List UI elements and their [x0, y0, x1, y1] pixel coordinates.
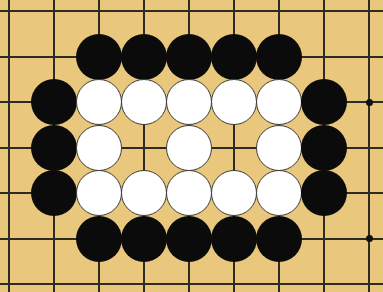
white-stone: [256, 79, 302, 125]
white-stone: [121, 170, 167, 216]
star-point: [366, 235, 373, 242]
white-stone: [211, 170, 257, 216]
black-stone: [256, 34, 302, 80]
star-point: [366, 99, 373, 106]
white-stone: [256, 170, 302, 216]
black-stone: [166, 34, 212, 80]
black-stone: [301, 170, 347, 216]
black-stone: [76, 34, 122, 80]
black-stone: [211, 34, 257, 80]
black-stone: [31, 170, 77, 216]
white-stone: [76, 125, 122, 171]
white-stone: [256, 125, 302, 171]
white-stone: [76, 79, 122, 125]
black-stone: [121, 216, 167, 262]
black-stone: [31, 79, 77, 125]
grid-line-horizontal: [0, 10, 383, 12]
go-board[interactable]: [0, 0, 383, 292]
black-stone: [211, 216, 257, 262]
white-stone: [166, 79, 212, 125]
white-stone: [166, 170, 212, 216]
black-stone: [121, 34, 167, 80]
black-stone: [166, 216, 212, 262]
white-stone: [166, 125, 212, 171]
black-stone: [301, 125, 347, 171]
white-stone: [121, 79, 167, 125]
grid-line-horizontal: [0, 283, 383, 285]
black-stone: [76, 216, 122, 262]
white-stone: [211, 79, 257, 125]
black-stone: [31, 125, 77, 171]
black-stone: [256, 216, 302, 262]
black-stone: [301, 79, 347, 125]
white-stone: [76, 170, 122, 216]
